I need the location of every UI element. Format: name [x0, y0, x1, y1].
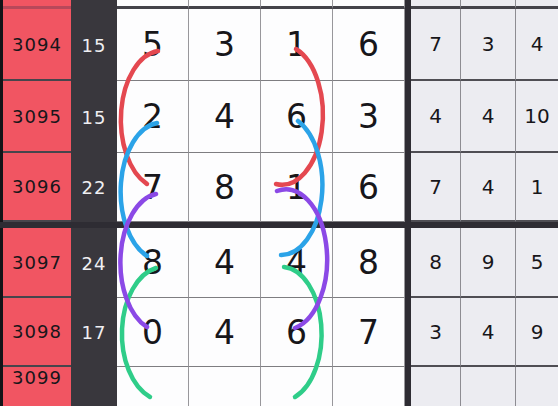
row-sum-cell: 22 — [71, 153, 117, 222]
result-cell: 4 — [461, 298, 516, 367]
grid-cell: 7 — [117, 153, 189, 222]
result-cell: 3 — [461, 9, 516, 81]
result-cell: 8 — [411, 228, 461, 298]
row-sum-cell-partial — [71, 0, 117, 9]
grid-cell-partial — [261, 0, 333, 9]
result-cell — [461, 367, 516, 406]
grid-cell: 8 — [333, 228, 405, 298]
worksheet-photo: 3094 15 5 3 1 6 7 3 4 3095 15 2 4 6 3 4 … — [0, 0, 558, 406]
grid-cell: 6 — [261, 81, 333, 153]
grid-cell: 3 — [333, 81, 405, 153]
grid-cell: 6 — [333, 9, 405, 81]
grid-cell-partial — [117, 0, 189, 9]
grid-cell: 8 — [189, 153, 261, 222]
grid-cell: 4 — [261, 228, 333, 298]
row-id-cell: 3097 — [3, 228, 71, 298]
grid-cell-partial — [333, 0, 405, 9]
result-cell: 1 — [516, 153, 558, 222]
grid-cell: 3 — [189, 9, 261, 81]
grid-cell: 6 — [261, 298, 333, 367]
grid-cell: 4 — [189, 298, 261, 367]
result-cell: 4 — [461, 153, 516, 222]
row-sum-cell: 24 — [71, 228, 117, 298]
result-cell — [411, 367, 461, 406]
grid-cell — [189, 367, 261, 406]
result-cell: 7 — [411, 9, 461, 81]
grid-cell — [333, 367, 405, 406]
result-cell-partial — [411, 0, 461, 9]
row-id-cell: 3094 — [3, 9, 71, 81]
row-sum-cell: 15 — [71, 81, 117, 153]
grid-cell: 5 — [117, 9, 189, 81]
result-cell: 4 — [411, 81, 461, 153]
grid-cell: 1 — [261, 153, 333, 222]
result-cell: 7 — [411, 153, 461, 222]
grid-cell: 2 — [117, 81, 189, 153]
grid-cell: 7 — [333, 298, 405, 367]
grid-cell: 6 — [333, 153, 405, 222]
row-id-cell: 3098 — [3, 298, 71, 367]
result-cell: 9 — [516, 298, 558, 367]
result-cell-partial — [516, 0, 558, 9]
grid-cell: 1 — [261, 9, 333, 81]
result-cell: 3 — [411, 298, 461, 367]
grid-cell — [261, 367, 333, 406]
grid-cell: 4 — [189, 228, 261, 298]
grid-cell: 0 — [117, 298, 189, 367]
grid-cell — [117, 367, 189, 406]
row-sum-cell — [71, 367, 117, 406]
grid-cell: 4 — [189, 81, 261, 153]
result-cell: 5 — [516, 228, 558, 298]
result-cell: 9 — [461, 228, 516, 298]
row-sum-cell: 15 — [71, 9, 117, 81]
row-id-cell: 3096 — [3, 153, 71, 222]
row-sum-cell: 17 — [71, 298, 117, 367]
row-id-cell-partial — [3, 0, 71, 9]
puzzle-board: 3094 15 5 3 1 6 7 3 4 3095 15 2 4 6 3 4 … — [0, 0, 558, 406]
result-cell-partial — [461, 0, 516, 9]
result-cell: 4 — [461, 81, 516, 153]
grid-cell: 8 — [117, 228, 189, 298]
result-cell — [516, 367, 558, 406]
result-cell: 4 — [516, 9, 558, 81]
row-id-cell: 3099 — [3, 367, 71, 406]
row-id-cell: 3095 — [3, 81, 71, 153]
result-cell: 10 — [516, 81, 558, 153]
grid-cell-partial — [189, 0, 261, 9]
